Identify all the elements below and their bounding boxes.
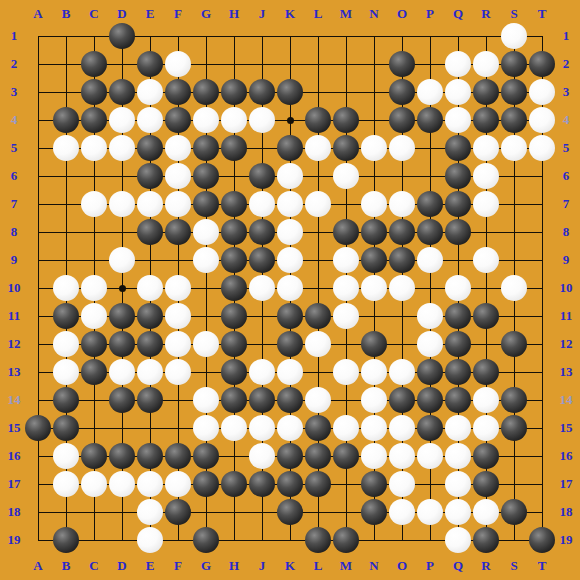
- white-stone-E18[interactable]: [137, 499, 163, 525]
- black-stone-M5[interactable]: [333, 135, 359, 161]
- white-stone-J7[interactable]: [249, 191, 275, 217]
- black-stone-Q12[interactable]: [445, 331, 471, 357]
- black-stone-M19[interactable]: [333, 527, 359, 553]
- white-stone-N10[interactable]: [361, 275, 387, 301]
- white-stone-F13[interactable]: [165, 359, 191, 385]
- white-stone-L14[interactable]: [305, 387, 331, 413]
- white-stone-Q19[interactable]: [445, 527, 471, 553]
- white-stone-C10[interactable]: [81, 275, 107, 301]
- black-stone-P15[interactable]: [417, 415, 443, 441]
- black-stone-G5[interactable]: [193, 135, 219, 161]
- black-stone-R11[interactable]: [473, 303, 499, 329]
- black-stone-G7[interactable]: [193, 191, 219, 217]
- row-label-left-11: 11: [0, 309, 29, 323]
- row-label-left-17: 17: [0, 477, 29, 491]
- black-stone-N17[interactable]: [361, 471, 387, 497]
- black-stone-H10[interactable]: [221, 275, 247, 301]
- col-label-top-J: J: [247, 7, 277, 21]
- black-stone-R3[interactable]: [473, 79, 499, 105]
- row-label-left-13: 13: [0, 365, 29, 379]
- black-stone-C16[interactable]: [81, 443, 107, 469]
- white-stone-R5[interactable]: [473, 135, 499, 161]
- black-stone-P7[interactable]: [417, 191, 443, 217]
- white-stone-B12[interactable]: [53, 331, 79, 357]
- row-label-left-9: 9: [0, 253, 29, 267]
- white-stone-E7[interactable]: [137, 191, 163, 217]
- row-label-right-14: 14: [551, 393, 580, 407]
- white-stone-B17[interactable]: [53, 471, 79, 497]
- white-stone-F2[interactable]: [165, 51, 191, 77]
- black-stone-Q7[interactable]: [445, 191, 471, 217]
- white-stone-H4[interactable]: [221, 107, 247, 133]
- black-stone-J17[interactable]: [249, 471, 275, 497]
- white-stone-J4[interactable]: [249, 107, 275, 133]
- white-stone-G8[interactable]: [193, 219, 219, 245]
- black-stone-P13[interactable]: [417, 359, 443, 385]
- black-stone-D11[interactable]: [109, 303, 135, 329]
- black-stone-G19[interactable]: [193, 527, 219, 553]
- black-stone-Q8[interactable]: [445, 219, 471, 245]
- black-stone-J9[interactable]: [249, 247, 275, 273]
- black-stone-K17[interactable]: [277, 471, 303, 497]
- black-stone-C13[interactable]: [81, 359, 107, 385]
- white-stone-O7[interactable]: [389, 191, 415, 217]
- row-label-right-9: 9: [551, 253, 580, 267]
- white-stone-K8[interactable]: [277, 219, 303, 245]
- black-stone-D14[interactable]: [109, 387, 135, 413]
- black-stone-H17[interactable]: [221, 471, 247, 497]
- black-stone-H8[interactable]: [221, 219, 247, 245]
- black-stone-B11[interactable]: [53, 303, 79, 329]
- white-stone-Q17[interactable]: [445, 471, 471, 497]
- black-stone-E5[interactable]: [137, 135, 163, 161]
- black-stone-E6[interactable]: [137, 163, 163, 189]
- white-stone-N5[interactable]: [361, 135, 387, 161]
- black-stone-E11[interactable]: [137, 303, 163, 329]
- white-stone-F6[interactable]: [165, 163, 191, 189]
- white-stone-D5[interactable]: [109, 135, 135, 161]
- black-stone-D1[interactable]: [109, 23, 135, 49]
- white-stone-S5[interactable]: [501, 135, 527, 161]
- white-stone-G15[interactable]: [193, 415, 219, 441]
- col-label-top-H: H: [219, 7, 249, 21]
- white-stone-N16[interactable]: [361, 443, 387, 469]
- white-stone-M9[interactable]: [333, 247, 359, 273]
- white-stone-E13[interactable]: [137, 359, 163, 385]
- row-label-left-10: 10: [0, 281, 29, 295]
- white-stone-E4[interactable]: [137, 107, 163, 133]
- star-point-K4: [287, 117, 294, 124]
- row-label-left-18: 18: [0, 505, 29, 519]
- black-stone-F18[interactable]: [165, 499, 191, 525]
- black-stone-M16[interactable]: [333, 443, 359, 469]
- col-label-bottom-K: K: [275, 559, 305, 573]
- row-label-left-4: 4: [0, 113, 29, 127]
- black-stone-S18[interactable]: [501, 499, 527, 525]
- white-stone-M6[interactable]: [333, 163, 359, 189]
- white-stone-R14[interactable]: [473, 387, 499, 413]
- black-stone-L19[interactable]: [305, 527, 331, 553]
- black-stone-L17[interactable]: [305, 471, 331, 497]
- white-stone-C5[interactable]: [81, 135, 107, 161]
- black-stone-N18[interactable]: [361, 499, 387, 525]
- row-label-right-10: 10: [551, 281, 580, 295]
- white-stone-O17[interactable]: [389, 471, 415, 497]
- row-label-left-15: 15: [0, 421, 29, 435]
- col-label-top-O: O: [387, 7, 417, 21]
- white-stone-F5[interactable]: [165, 135, 191, 161]
- black-stone-J6[interactable]: [249, 163, 275, 189]
- white-stone-O16[interactable]: [389, 443, 415, 469]
- col-label-top-F: F: [163, 7, 193, 21]
- black-stone-L4[interactable]: [305, 107, 331, 133]
- white-stone-G14[interactable]: [193, 387, 219, 413]
- white-stone-C7[interactable]: [81, 191, 107, 217]
- row-label-left-12: 12: [0, 337, 29, 351]
- white-stone-O15[interactable]: [389, 415, 415, 441]
- black-stone-G17[interactable]: [193, 471, 219, 497]
- black-stone-O9[interactable]: [389, 247, 415, 273]
- black-stone-D12[interactable]: [109, 331, 135, 357]
- row-label-right-3: 3: [551, 85, 580, 99]
- col-label-top-C: C: [79, 7, 109, 21]
- white-stone-M11[interactable]: [333, 303, 359, 329]
- white-stone-Q15[interactable]: [445, 415, 471, 441]
- black-stone-E2[interactable]: [137, 51, 163, 77]
- col-label-bottom-T: T: [527, 559, 557, 573]
- white-stone-S1[interactable]: [501, 23, 527, 49]
- row-label-right-8: 8: [551, 225, 580, 239]
- black-stone-B4[interactable]: [53, 107, 79, 133]
- black-stone-F8[interactable]: [165, 219, 191, 245]
- white-stone-J10[interactable]: [249, 275, 275, 301]
- row-label-right-5: 5: [551, 141, 580, 155]
- white-stone-F7[interactable]: [165, 191, 191, 217]
- col-label-bottom-P: P: [415, 559, 445, 573]
- black-stone-J3[interactable]: [249, 79, 275, 105]
- black-stone-J8[interactable]: [249, 219, 275, 245]
- black-stone-G6[interactable]: [193, 163, 219, 189]
- black-stone-R13[interactable]: [473, 359, 499, 385]
- black-stone-H11[interactable]: [221, 303, 247, 329]
- white-stone-P18[interactable]: [417, 499, 443, 525]
- white-stone-Q4[interactable]: [445, 107, 471, 133]
- white-stone-J16[interactable]: [249, 443, 275, 469]
- col-label-top-P: P: [415, 7, 445, 21]
- grid-vline-A: [38, 36, 39, 541]
- white-stone-C11[interactable]: [81, 303, 107, 329]
- black-stone-S14[interactable]: [501, 387, 527, 413]
- black-stone-P8[interactable]: [417, 219, 443, 245]
- white-stone-Q2[interactable]: [445, 51, 471, 77]
- black-stone-K5[interactable]: [277, 135, 303, 161]
- col-label-bottom-N: N: [359, 559, 389, 573]
- black-stone-K12[interactable]: [277, 331, 303, 357]
- black-stone-E16[interactable]: [137, 443, 163, 469]
- white-stone-M10[interactable]: [333, 275, 359, 301]
- col-label-top-D: D: [107, 7, 137, 21]
- black-stone-M8[interactable]: [333, 219, 359, 245]
- white-stone-O18[interactable]: [389, 499, 415, 525]
- black-stone-H3[interactable]: [221, 79, 247, 105]
- white-stone-R7[interactable]: [473, 191, 499, 217]
- black-stone-L11[interactable]: [305, 303, 331, 329]
- row-label-left-7: 7: [0, 197, 29, 211]
- white-stone-J13[interactable]: [249, 359, 275, 385]
- white-stone-F10[interactable]: [165, 275, 191, 301]
- black-stone-S3[interactable]: [501, 79, 527, 105]
- white-stone-R6[interactable]: [473, 163, 499, 189]
- black-stone-S2[interactable]: [501, 51, 527, 77]
- black-stone-K18[interactable]: [277, 499, 303, 525]
- black-stone-O3[interactable]: [389, 79, 415, 105]
- col-label-bottom-A: A: [23, 559, 53, 573]
- white-stone-K6[interactable]: [277, 163, 303, 189]
- white-stone-P12[interactable]: [417, 331, 443, 357]
- row-label-right-16: 16: [551, 449, 580, 463]
- col-label-bottom-L: L: [303, 559, 333, 573]
- black-stone-J14[interactable]: [249, 387, 275, 413]
- col-label-bottom-D: D: [107, 559, 137, 573]
- black-stone-K11[interactable]: [277, 303, 303, 329]
- white-stone-B16[interactable]: [53, 443, 79, 469]
- black-stone-O14[interactable]: [389, 387, 415, 413]
- white-stone-Q10[interactable]: [445, 275, 471, 301]
- white-stone-R2[interactable]: [473, 51, 499, 77]
- col-label-bottom-F: F: [163, 559, 193, 573]
- white-stone-K15[interactable]: [277, 415, 303, 441]
- white-stone-E10[interactable]: [137, 275, 163, 301]
- black-stone-S12[interactable]: [501, 331, 527, 357]
- black-stone-R4[interactable]: [473, 107, 499, 133]
- white-stone-L12[interactable]: [305, 331, 331, 357]
- col-label-bottom-R: R: [471, 559, 501, 573]
- row-label-right-13: 13: [551, 365, 580, 379]
- go-board: AABBCCDDEEFFGGHHJJKKLLMMNNOOPPQQRRSSTT11…: [0, 0, 580, 580]
- row-label-right-4: 4: [551, 113, 580, 127]
- white-stone-D13[interactable]: [109, 359, 135, 385]
- white-stone-D4[interactable]: [109, 107, 135, 133]
- white-stone-J15[interactable]: [249, 415, 275, 441]
- black-stone-C12[interactable]: [81, 331, 107, 357]
- white-stone-R18[interactable]: [473, 499, 499, 525]
- white-stone-B13[interactable]: [53, 359, 79, 385]
- col-label-bottom-O: O: [387, 559, 417, 573]
- white-stone-G12[interactable]: [193, 331, 219, 357]
- row-label-left-8: 8: [0, 225, 29, 239]
- white-stone-K13[interactable]: [277, 359, 303, 385]
- black-stone-B19[interactable]: [53, 527, 79, 553]
- black-stone-N12[interactable]: [361, 331, 387, 357]
- row-label-left-1: 1: [0, 29, 29, 43]
- black-stone-P4[interactable]: [417, 107, 443, 133]
- white-stone-L5[interactable]: [305, 135, 331, 161]
- white-stone-Q18[interactable]: [445, 499, 471, 525]
- black-stone-L15[interactable]: [305, 415, 331, 441]
- row-label-right-19: 19: [551, 533, 580, 547]
- black-stone-B14[interactable]: [53, 387, 79, 413]
- col-label-top-K: K: [275, 7, 305, 21]
- white-stone-M15[interactable]: [333, 415, 359, 441]
- black-stone-S4[interactable]: [501, 107, 527, 133]
- black-stone-D3[interactable]: [109, 79, 135, 105]
- row-label-left-14: 14: [0, 393, 29, 407]
- black-stone-B15[interactable]: [53, 415, 79, 441]
- row-label-right-15: 15: [551, 421, 580, 435]
- black-stone-Q6[interactable]: [445, 163, 471, 189]
- white-stone-N14[interactable]: [361, 387, 387, 413]
- black-stone-O8[interactable]: [389, 219, 415, 245]
- row-label-left-19: 19: [0, 533, 29, 547]
- black-stone-H13[interactable]: [221, 359, 247, 385]
- row-label-right-18: 18: [551, 505, 580, 519]
- row-label-right-17: 17: [551, 477, 580, 491]
- black-stone-O4[interactable]: [389, 107, 415, 133]
- black-stone-Q5[interactable]: [445, 135, 471, 161]
- white-stone-P11[interactable]: [417, 303, 443, 329]
- white-stone-G9[interactable]: [193, 247, 219, 273]
- black-stone-Q13[interactable]: [445, 359, 471, 385]
- white-stone-O10[interactable]: [389, 275, 415, 301]
- white-stone-H15[interactable]: [221, 415, 247, 441]
- white-stone-N7[interactable]: [361, 191, 387, 217]
- white-stone-G4[interactable]: [193, 107, 219, 133]
- white-stone-F12[interactable]: [165, 331, 191, 357]
- col-label-top-T: T: [527, 7, 557, 21]
- white-stone-K9[interactable]: [277, 247, 303, 273]
- col-label-top-E: E: [135, 7, 165, 21]
- col-label-top-M: M: [331, 7, 361, 21]
- col-label-top-A: A: [23, 7, 53, 21]
- col-label-bottom-E: E: [135, 559, 165, 573]
- col-label-bottom-M: M: [331, 559, 361, 573]
- row-label-right-2: 2: [551, 57, 580, 71]
- white-stone-Q3[interactable]: [445, 79, 471, 105]
- black-stone-G3[interactable]: [193, 79, 219, 105]
- black-stone-D16[interactable]: [109, 443, 135, 469]
- col-label-top-L: L: [303, 7, 333, 21]
- row-label-right-1: 1: [551, 29, 580, 43]
- row-label-left-5: 5: [0, 141, 29, 155]
- white-stone-O13[interactable]: [389, 359, 415, 385]
- black-stone-S15[interactable]: [501, 415, 527, 441]
- white-stone-N15[interactable]: [361, 415, 387, 441]
- black-stone-R17[interactable]: [473, 471, 499, 497]
- black-stone-C2[interactable]: [81, 51, 107, 77]
- row-label-left-16: 16: [0, 449, 29, 463]
- black-stone-F3[interactable]: [165, 79, 191, 105]
- white-stone-P9[interactable]: [417, 247, 443, 273]
- black-stone-R16[interactable]: [473, 443, 499, 469]
- white-stone-D9[interactable]: [109, 247, 135, 273]
- col-label-bottom-S: S: [499, 559, 529, 573]
- black-stone-H7[interactable]: [221, 191, 247, 217]
- col-label-bottom-J: J: [247, 559, 277, 573]
- white-stone-K10[interactable]: [277, 275, 303, 301]
- white-stone-P16[interactable]: [417, 443, 443, 469]
- black-stone-H14[interactable]: [221, 387, 247, 413]
- row-label-right-11: 11: [551, 309, 580, 323]
- black-stone-F4[interactable]: [165, 107, 191, 133]
- black-stone-C4[interactable]: [81, 107, 107, 133]
- col-label-top-S: S: [499, 7, 529, 21]
- white-stone-E19[interactable]: [137, 527, 163, 553]
- black-stone-G16[interactable]: [193, 443, 219, 469]
- white-stone-B5[interactable]: [53, 135, 79, 161]
- black-stone-P14[interactable]: [417, 387, 443, 413]
- col-label-bottom-C: C: [79, 559, 109, 573]
- white-stone-Q16[interactable]: [445, 443, 471, 469]
- black-stone-N8[interactable]: [361, 219, 387, 245]
- row-label-right-7: 7: [551, 197, 580, 211]
- black-stone-K14[interactable]: [277, 387, 303, 413]
- white-stone-P3[interactable]: [417, 79, 443, 105]
- white-stone-M13[interactable]: [333, 359, 359, 385]
- black-stone-K3[interactable]: [277, 79, 303, 105]
- col-label-top-G: G: [191, 7, 221, 21]
- black-stone-E14[interactable]: [137, 387, 163, 413]
- white-stone-E3[interactable]: [137, 79, 163, 105]
- black-stone-F16[interactable]: [165, 443, 191, 469]
- black-stone-H12[interactable]: [221, 331, 247, 357]
- white-stone-D17[interactable]: [109, 471, 135, 497]
- black-stone-C3[interactable]: [81, 79, 107, 105]
- col-label-bottom-B: B: [51, 559, 81, 573]
- black-stone-K16[interactable]: [277, 443, 303, 469]
- white-stone-C17[interactable]: [81, 471, 107, 497]
- row-label-left-3: 3: [0, 85, 29, 99]
- white-stone-L7[interactable]: [305, 191, 331, 217]
- white-stone-E17[interactable]: [137, 471, 163, 497]
- black-stone-E12[interactable]: [137, 331, 163, 357]
- white-stone-F17[interactable]: [165, 471, 191, 497]
- col-label-bottom-Q: Q: [443, 559, 473, 573]
- black-stone-M4[interactable]: [333, 107, 359, 133]
- star-point-D10: [119, 285, 126, 292]
- black-stone-H9[interactable]: [221, 247, 247, 273]
- white-stone-B10[interactable]: [53, 275, 79, 301]
- white-stone-D7[interactable]: [109, 191, 135, 217]
- col-label-top-B: B: [51, 7, 81, 21]
- black-stone-L16[interactable]: [305, 443, 331, 469]
- col-label-bottom-H: H: [219, 559, 249, 573]
- black-stone-R19[interactable]: [473, 527, 499, 553]
- col-label-bottom-G: G: [191, 559, 221, 573]
- col-label-top-Q: Q: [443, 7, 473, 21]
- white-stone-N13[interactable]: [361, 359, 387, 385]
- black-stone-H5[interactable]: [221, 135, 247, 161]
- col-label-top-N: N: [359, 7, 389, 21]
- row-label-left-6: 6: [0, 169, 29, 183]
- black-stone-Q11[interactable]: [445, 303, 471, 329]
- black-stone-O2[interactable]: [389, 51, 415, 77]
- black-stone-Q14[interactable]: [445, 387, 471, 413]
- black-stone-N9[interactable]: [361, 247, 387, 273]
- black-stone-E8[interactable]: [137, 219, 163, 245]
- white-stone-F11[interactable]: [165, 303, 191, 329]
- row-label-right-12: 12: [551, 337, 580, 351]
- white-stone-R9[interactable]: [473, 247, 499, 273]
- row-label-left-2: 2: [0, 57, 29, 71]
- white-stone-K7[interactable]: [277, 191, 303, 217]
- col-label-top-R: R: [471, 7, 501, 21]
- white-stone-R15[interactable]: [473, 415, 499, 441]
- row-label-right-6: 6: [551, 169, 580, 183]
- white-stone-S10[interactable]: [501, 275, 527, 301]
- white-stone-O5[interactable]: [389, 135, 415, 161]
